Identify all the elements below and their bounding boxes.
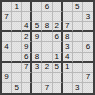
sudoku-cell-r1c9[interactable] (83, 2, 93, 12)
sudoku-cell-r9c2[interactable]: 5 (12, 83, 22, 93)
sudoku-cell-r1c6[interactable] (53, 2, 63, 12)
sudoku-cell-r9c6[interactable] (53, 83, 63, 93)
sudoku-cell-r7c5[interactable]: 2 (42, 63, 52, 73)
sudoku-cell-r7c4[interactable]: 3 (32, 63, 42, 73)
sudoku-cell-r7c9[interactable] (83, 63, 93, 73)
sudoku-cell-r5c5[interactable] (42, 42, 52, 52)
sudoku-cell-r8c1[interactable]: 9 (2, 73, 12, 83)
sudoku-cell-r9c9[interactable] (83, 83, 93, 93)
sudoku-cell-r9c8[interactable]: 3 (73, 83, 83, 93)
sudoku-cell-r6c2[interactable] (12, 53, 22, 63)
sudoku-cell-r3c3[interactable]: 4 (22, 22, 32, 32)
sudoku-cell-r6c4[interactable]: 8 (32, 53, 42, 63)
sudoku-cell-r4c5[interactable] (42, 32, 52, 42)
sudoku-cell-r1c5[interactable]: 6 (42, 2, 52, 12)
sudoku-cell-r3c2[interactable] (12, 22, 22, 32)
sudoku-cell-r8c9[interactable]: 7 (83, 73, 93, 83)
sudoku-cell-r6c8[interactable] (73, 53, 83, 63)
sudoku-cell-r1c8[interactable]: 5 (73, 2, 83, 12)
sudoku-cell-r4c2[interactable] (12, 32, 22, 42)
sudoku-cell-r2c2[interactable] (12, 12, 22, 22)
sudoku-cell-r8c6[interactable] (53, 73, 63, 83)
sudoku-cell-r1c2[interactable]: 1 (12, 2, 22, 12)
sudoku-cell-r5c8[interactable] (73, 42, 83, 52)
sudoku-cell-r3c9[interactable] (83, 22, 93, 32)
sudoku-cell-r7c1[interactable] (2, 63, 12, 73)
sudoku-cell-r6c9[interactable] (83, 53, 93, 63)
sudoku-cell-r4c8[interactable] (73, 32, 83, 42)
sudoku-cell-r4c3[interactable]: 2 (22, 32, 32, 42)
sudoku-cell-r6c6[interactable]: 1 (53, 53, 63, 63)
sudoku-cell-r3c4[interactable]: 5 (32, 22, 42, 32)
sudoku-cell-r4c4[interactable]: 9 (32, 32, 42, 42)
sudoku-cell-r7c6[interactable]: 5 (53, 63, 63, 73)
sudoku-cell-r3c1[interactable] (2, 22, 12, 32)
sudoku-cell-r6c1[interactable] (2, 53, 12, 63)
sudoku-cell-r8c5[interactable] (42, 73, 52, 83)
sudoku-cell-r3c6[interactable]: 2 (53, 22, 63, 32)
sudoku-cell-r5c1[interactable]: 4 (2, 42, 12, 52)
sudoku-cell-r7c8[interactable] (73, 63, 83, 73)
sudoku-cell-r9c1[interactable] (2, 83, 12, 93)
sudoku-cell-r4c9[interactable] (83, 32, 93, 42)
sudoku-cell-r9c3[interactable] (22, 83, 32, 93)
sudoku-cell-r3c8[interactable] (73, 22, 83, 32)
sudoku-cell-r5c2[interactable] (12, 42, 22, 52)
sudoku-cell-r4c6[interactable]: 6 (53, 32, 63, 42)
sudoku-cell-r3c5[interactable]: 8 (42, 22, 52, 32)
sudoku-cell-r8c2[interactable] (12, 73, 22, 83)
sudoku-cell-r9c4[interactable] (32, 83, 42, 93)
sudoku-cell-r8c4[interactable] (32, 73, 42, 83)
sudoku-cell-r1c7[interactable] (63, 2, 73, 12)
sudoku-cell-r4c7[interactable]: 8 (63, 32, 73, 42)
sudoku-cell-r6c3[interactable]: 6 (22, 53, 32, 63)
sudoku-cell-r1c4[interactable] (32, 2, 42, 12)
sudoku-cell-r1c3[interactable] (22, 2, 32, 12)
sudoku-cell-r8c3[interactable] (22, 73, 32, 83)
sudoku-cell-r2c1[interactable]: 7 (2, 12, 12, 22)
sudoku-cell-r9c7[interactable] (63, 83, 73, 93)
sudoku-cell-r2c8[interactable] (73, 12, 83, 22)
sudoku-cell-r1c1[interactable] (2, 2, 12, 12)
sudoku-cell-r7c7[interactable]: 1 (63, 63, 73, 73)
sudoku-cell-r9c5[interactable]: 7 (42, 83, 52, 93)
sudoku-cell-r7c2[interactable] (12, 63, 22, 73)
sudoku-board: 16573458272968493668147325197573 (0, 0, 95, 95)
sudoku-cell-r7c3[interactable]: 7 (22, 63, 32, 73)
sudoku-cell-r6c5[interactable] (42, 53, 52, 63)
sudoku-cell-r5c9[interactable]: 6 (83, 42, 93, 52)
sudoku-cell-r3c7[interactable]: 7 (63, 22, 73, 32)
sudoku-cell-r6c7[interactable]: 4 (63, 53, 73, 63)
sudoku-cell-r2c9[interactable]: 3 (83, 12, 93, 22)
sudoku-cell-r8c8[interactable] (73, 73, 83, 83)
sudoku-cell-r8c7[interactable] (63, 73, 73, 83)
sudoku-cell-r4c1[interactable] (2, 32, 12, 42)
